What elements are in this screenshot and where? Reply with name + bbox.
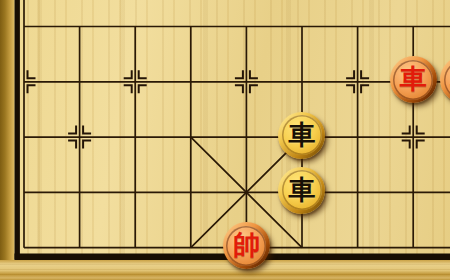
piece-glyph: 車: [440, 56, 450, 103]
pieces-layer: 帥車車車車: [0, 0, 450, 275]
piece-glyph: 車: [390, 56, 437, 103]
piece-glyph: 車: [278, 167, 325, 214]
piece-red-chariot[interactable]: 車: [390, 56, 437, 103]
piece-red-chariot[interactable]: 車: [440, 56, 450, 103]
piece-glyph: 車: [278, 112, 325, 159]
xiangqi-board[interactable]: 帥車車車車: [0, 0, 450, 280]
piece-black-chariot[interactable]: 車: [278, 112, 325, 159]
piece-glyph: 帥: [223, 222, 270, 269]
piece-black-chariot[interactable]: 車: [278, 167, 325, 214]
piece-red-general[interactable]: 帥: [223, 222, 270, 269]
